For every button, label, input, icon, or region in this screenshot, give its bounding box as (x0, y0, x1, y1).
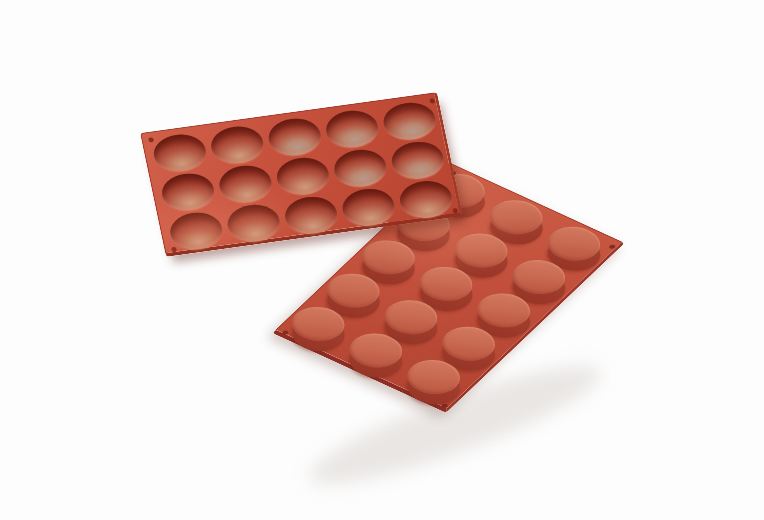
cavity (216, 163, 275, 206)
product-photo (0, 0, 764, 520)
cavity (159, 170, 218, 213)
cavity (224, 202, 283, 245)
corner-hole (171, 247, 177, 252)
corner-hole (429, 98, 435, 103)
corner-hole (452, 208, 458, 213)
cavity (388, 139, 447, 182)
cavity (167, 210, 226, 253)
cavity (273, 155, 332, 198)
cavity (265, 115, 324, 158)
corner-hole (148, 137, 154, 142)
cavity (339, 186, 398, 229)
cavity (282, 194, 341, 237)
cavity (208, 123, 267, 166)
cavity (150, 131, 209, 174)
cavity (380, 100, 439, 143)
cavity (323, 108, 382, 151)
cavity (396, 178, 455, 221)
cavity (331, 147, 390, 190)
